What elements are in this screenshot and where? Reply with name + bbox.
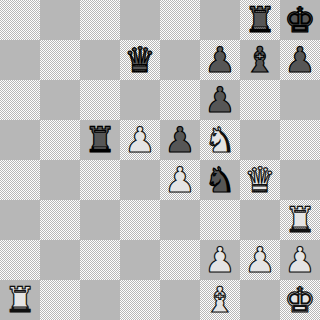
square-a7[interactable] xyxy=(0,40,40,80)
piece-white-knight[interactable]: ♞ xyxy=(200,120,240,160)
piece-white-pawn[interactable]: ♟ xyxy=(160,160,200,200)
square-b3[interactable] xyxy=(40,200,80,240)
square-c5[interactable]: ♜ xyxy=(80,120,120,160)
piece-white-pawn[interactable]: ♟ xyxy=(120,120,160,160)
square-b6[interactable] xyxy=(40,80,80,120)
piece-black-queen[interactable]: ♛ xyxy=(120,40,160,80)
square-f8[interactable] xyxy=(200,0,240,40)
piece-white-pawn[interactable]: ♟ xyxy=(200,240,240,280)
piece-white-pawn[interactable]: ♟ xyxy=(240,240,280,280)
square-c2[interactable] xyxy=(80,240,120,280)
square-e6[interactable] xyxy=(160,80,200,120)
square-g8[interactable]: ♜ xyxy=(240,0,280,40)
piece-black-pawn[interactable]: ♟ xyxy=(200,80,240,120)
square-c8[interactable] xyxy=(80,0,120,40)
square-d6[interactable] xyxy=(120,80,160,120)
piece-white-rook[interactable]: ♜ xyxy=(0,280,40,320)
square-f7[interactable]: ♟ xyxy=(200,40,240,80)
square-b7[interactable] xyxy=(40,40,80,80)
square-h2[interactable]: ♟ xyxy=(280,240,320,280)
square-b2[interactable] xyxy=(40,240,80,280)
square-g1[interactable] xyxy=(240,280,280,320)
square-e1[interactable] xyxy=(160,280,200,320)
square-c4[interactable] xyxy=(80,160,120,200)
piece-black-pawn[interactable]: ♟ xyxy=(280,40,320,80)
piece-black-king[interactable]: ♚ xyxy=(280,0,320,40)
square-b4[interactable] xyxy=(40,160,80,200)
square-c7[interactable] xyxy=(80,40,120,80)
piece-white-pawn[interactable]: ♟ xyxy=(280,240,320,280)
piece-black-knight[interactable]: ♞ xyxy=(200,160,240,200)
square-b5[interactable] xyxy=(40,120,80,160)
square-a5[interactable] xyxy=(0,120,40,160)
square-b8[interactable] xyxy=(40,0,80,40)
square-c1[interactable] xyxy=(80,280,120,320)
square-h6[interactable] xyxy=(280,80,320,120)
square-e7[interactable] xyxy=(160,40,200,80)
square-b1[interactable] xyxy=(40,280,80,320)
square-d3[interactable] xyxy=(120,200,160,240)
square-d5[interactable]: ♟ xyxy=(120,120,160,160)
square-d7[interactable]: ♛ xyxy=(120,40,160,80)
chess-board: ♜♚♛♟♝♟♟♜♟♟♞♟♞♛♜♟♟♟♜♝♚ xyxy=(0,0,320,320)
square-a2[interactable] xyxy=(0,240,40,280)
square-d8[interactable] xyxy=(120,0,160,40)
square-h1[interactable]: ♚ xyxy=(280,280,320,320)
square-g4[interactable]: ♛ xyxy=(240,160,280,200)
square-h5[interactable] xyxy=(280,120,320,160)
square-h4[interactable] xyxy=(280,160,320,200)
square-f1[interactable]: ♝ xyxy=(200,280,240,320)
square-c3[interactable] xyxy=(80,200,120,240)
square-h7[interactable]: ♟ xyxy=(280,40,320,80)
piece-black-rook[interactable]: ♜ xyxy=(240,0,280,40)
square-g3[interactable] xyxy=(240,200,280,240)
square-f2[interactable]: ♟ xyxy=(200,240,240,280)
square-h3[interactable]: ♜ xyxy=(280,200,320,240)
square-f3[interactable] xyxy=(200,200,240,240)
square-d2[interactable] xyxy=(120,240,160,280)
square-d1[interactable] xyxy=(120,280,160,320)
square-h8[interactable]: ♚ xyxy=(280,0,320,40)
piece-white-king[interactable]: ♚ xyxy=(280,280,320,320)
square-d4[interactable] xyxy=(120,160,160,200)
square-e2[interactable] xyxy=(160,240,200,280)
square-e5[interactable]: ♟ xyxy=(160,120,200,160)
square-a6[interactable] xyxy=(0,80,40,120)
square-a8[interactable] xyxy=(0,0,40,40)
piece-white-rook[interactable]: ♜ xyxy=(280,200,320,240)
square-g6[interactable] xyxy=(240,80,280,120)
square-f5[interactable]: ♞ xyxy=(200,120,240,160)
piece-black-rook[interactable]: ♜ xyxy=(80,120,120,160)
square-a4[interactable] xyxy=(0,160,40,200)
piece-black-pawn[interactable]: ♟ xyxy=(160,120,200,160)
square-c6[interactable] xyxy=(80,80,120,120)
square-f6[interactable]: ♟ xyxy=(200,80,240,120)
piece-white-queen[interactable]: ♛ xyxy=(240,160,280,200)
square-g7[interactable]: ♝ xyxy=(240,40,280,80)
square-e4[interactable]: ♟ xyxy=(160,160,200,200)
piece-white-bishop[interactable]: ♝ xyxy=(200,280,240,320)
square-a1[interactable]: ♜ xyxy=(0,280,40,320)
square-g5[interactable] xyxy=(240,120,280,160)
square-g2[interactable]: ♟ xyxy=(240,240,280,280)
piece-black-bishop[interactable]: ♝ xyxy=(240,40,280,80)
piece-black-pawn[interactable]: ♟ xyxy=(200,40,240,80)
square-e3[interactable] xyxy=(160,200,200,240)
square-e8[interactable] xyxy=(160,0,200,40)
square-f4[interactable]: ♞ xyxy=(200,160,240,200)
square-a3[interactable] xyxy=(0,200,40,240)
